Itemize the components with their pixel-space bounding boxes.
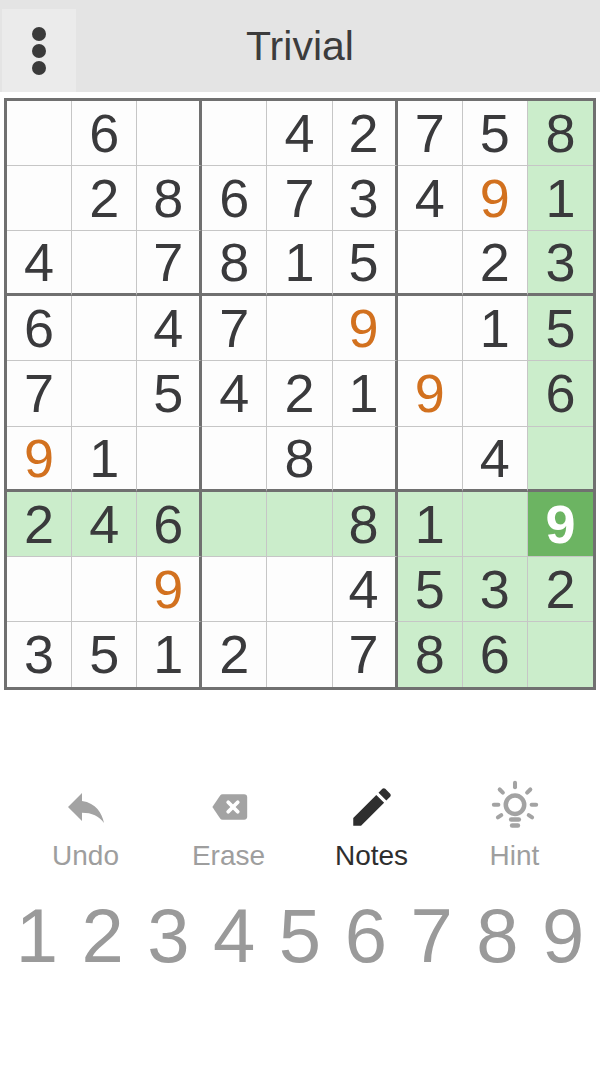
cell-r5c7[interactable]: 9 bbox=[398, 361, 463, 426]
cell-r7c1[interactable]: 2 bbox=[7, 492, 72, 557]
cell-r9c7[interactable]: 8 bbox=[398, 622, 463, 687]
numpad-key-3[interactable]: 3 bbox=[136, 898, 202, 974]
undo-arrow-icon bbox=[58, 778, 114, 836]
pencil-icon bbox=[347, 778, 397, 836]
cell-r8c2[interactable] bbox=[72, 557, 137, 622]
numpad-key-4[interactable]: 4 bbox=[201, 898, 267, 974]
cell-r7c3[interactable]: 6 bbox=[137, 492, 202, 557]
cell-r4c4[interactable]: 7 bbox=[202, 296, 267, 361]
cell-r1c2[interactable]: 6 bbox=[72, 101, 137, 166]
cell-r9c3[interactable]: 1 bbox=[137, 622, 202, 687]
cell-r3c7[interactable] bbox=[398, 231, 463, 296]
numpad-key-8[interactable]: 8 bbox=[464, 898, 530, 974]
backspace-icon bbox=[206, 778, 252, 836]
cell-r4c1[interactable]: 6 bbox=[7, 296, 72, 361]
cell-r8c7[interactable]: 5 bbox=[398, 557, 463, 622]
sudoku-board: 6427582867349147815236479157542196918424… bbox=[4, 98, 596, 690]
cell-r2c6[interactable]: 3 bbox=[333, 166, 398, 231]
cell-r9c1[interactable]: 3 bbox=[7, 622, 72, 687]
cell-r3c8[interactable]: 2 bbox=[463, 231, 528, 296]
numpad-key-7[interactable]: 7 bbox=[399, 898, 465, 974]
cell-r2c7[interactable]: 4 bbox=[398, 166, 463, 231]
numpad-key-1[interactable]: 1 bbox=[4, 898, 70, 974]
notes-button[interactable]: Notes bbox=[300, 778, 443, 872]
cell-r8c8[interactable]: 3 bbox=[463, 557, 528, 622]
cell-r8c5[interactable] bbox=[267, 557, 332, 622]
undo-button[interactable]: Undo bbox=[14, 778, 157, 872]
cell-r7c2[interactable]: 4 bbox=[72, 492, 137, 557]
cell-r1c5[interactable]: 4 bbox=[267, 101, 332, 166]
cell-r1c8[interactable]: 5 bbox=[463, 101, 528, 166]
cell-r9c4[interactable]: 2 bbox=[202, 622, 267, 687]
cell-r1c7[interactable]: 7 bbox=[398, 101, 463, 166]
cell-r1c4[interactable] bbox=[202, 101, 267, 166]
lightbulb-icon bbox=[488, 778, 542, 836]
cell-r3c1[interactable]: 4 bbox=[7, 231, 72, 296]
erase-button[interactable]: Erase bbox=[157, 778, 300, 872]
cell-r1c6[interactable]: 2 bbox=[333, 101, 398, 166]
cell-r8c9[interactable]: 2 bbox=[528, 557, 593, 622]
cell-r6c5[interactable]: 8 bbox=[267, 427, 332, 492]
cell-r2c5[interactable]: 7 bbox=[267, 166, 332, 231]
cell-r2c3[interactable]: 8 bbox=[137, 166, 202, 231]
cell-r5c8[interactable] bbox=[463, 361, 528, 426]
cell-r2c1[interactable] bbox=[7, 166, 72, 231]
number-pad: 123456789 bbox=[4, 898, 596, 974]
cell-r7c5[interactable] bbox=[267, 492, 332, 557]
cell-r6c9[interactable] bbox=[528, 427, 593, 492]
cell-r3c3[interactable]: 7 bbox=[137, 231, 202, 296]
cell-r5c9[interactable]: 6 bbox=[528, 361, 593, 426]
cell-r2c9[interactable]: 1 bbox=[528, 166, 593, 231]
kebab-menu-icon bbox=[32, 24, 46, 78]
numpad-key-9[interactable]: 9 bbox=[530, 898, 596, 974]
cell-r5c6[interactable]: 1 bbox=[333, 361, 398, 426]
cell-r7c8[interactable] bbox=[463, 492, 528, 557]
cell-r7c7[interactable]: 1 bbox=[398, 492, 463, 557]
cell-r5c4[interactable]: 4 bbox=[202, 361, 267, 426]
cell-r4c2[interactable] bbox=[72, 296, 137, 361]
toolbar: Undo Erase Notes bbox=[0, 778, 600, 872]
cell-r1c1[interactable] bbox=[7, 101, 72, 166]
cell-r4c8[interactable]: 1 bbox=[463, 296, 528, 361]
header: Trivial bbox=[0, 0, 600, 92]
cell-r5c1[interactable]: 7 bbox=[7, 361, 72, 426]
numpad-key-2[interactable]: 2 bbox=[70, 898, 136, 974]
cell-r5c5[interactable]: 2 bbox=[267, 361, 332, 426]
cell-r8c4[interactable] bbox=[202, 557, 267, 622]
cell-r6c4[interactable] bbox=[202, 427, 267, 492]
cell-r9c8[interactable]: 6 bbox=[463, 622, 528, 687]
cell-r9c5[interactable] bbox=[267, 622, 332, 687]
cell-r1c9[interactable]: 8 bbox=[528, 101, 593, 166]
numpad-key-6[interactable]: 6 bbox=[333, 898, 399, 974]
hint-label: Hint bbox=[490, 840, 540, 872]
cell-r6c1[interactable]: 9 bbox=[7, 427, 72, 492]
menu-button[interactable] bbox=[2, 9, 76, 92]
cell-r6c6[interactable] bbox=[333, 427, 398, 492]
cell-r2c8[interactable]: 9 bbox=[463, 166, 528, 231]
cell-r5c3[interactable]: 5 bbox=[137, 361, 202, 426]
undo-label: Undo bbox=[52, 840, 119, 872]
cell-r4c7[interactable] bbox=[398, 296, 463, 361]
cell-r2c2[interactable]: 2 bbox=[72, 166, 137, 231]
cell-r3c6[interactable]: 5 bbox=[333, 231, 398, 296]
cell-r1c3[interactable] bbox=[137, 101, 202, 166]
cell-r4c6[interactable]: 9 bbox=[333, 296, 398, 361]
cell-r9c9[interactable] bbox=[528, 622, 593, 687]
cell-r8c3[interactable]: 9 bbox=[137, 557, 202, 622]
cell-r8c6[interactable]: 4 bbox=[333, 557, 398, 622]
cell-r8c1[interactable] bbox=[7, 557, 72, 622]
cell-r4c5[interactable] bbox=[267, 296, 332, 361]
hint-button[interactable]: Hint bbox=[443, 778, 586, 872]
cell-r6c7[interactable] bbox=[398, 427, 463, 492]
page-title: Trivial bbox=[246, 23, 354, 70]
cell-r9c2[interactable]: 5 bbox=[72, 622, 137, 687]
cell-r2c4[interactable]: 6 bbox=[202, 166, 267, 231]
cell-r4c9[interactable]: 5 bbox=[528, 296, 593, 361]
cell-r4c3[interactable]: 4 bbox=[137, 296, 202, 361]
cell-r3c4[interactable]: 8 bbox=[202, 231, 267, 296]
cell-r3c5[interactable]: 1 bbox=[267, 231, 332, 296]
numpad-key-5[interactable]: 5 bbox=[267, 898, 333, 974]
cell-r6c8[interactable]: 4 bbox=[463, 427, 528, 492]
notes-label: Notes bbox=[335, 840, 408, 872]
cell-r7c4[interactable] bbox=[202, 492, 267, 557]
cell-r3c2[interactable] bbox=[72, 231, 137, 296]
cell-r3c9[interactable]: 3 bbox=[528, 231, 593, 296]
cell-r9c6[interactable]: 7 bbox=[333, 622, 398, 687]
cell-r7c9[interactable]: 9 bbox=[528, 492, 593, 557]
cell-r6c2[interactable]: 1 bbox=[72, 427, 137, 492]
cell-r7c6[interactable]: 8 bbox=[333, 492, 398, 557]
erase-label: Erase bbox=[192, 840, 265, 872]
cell-r5c2[interactable] bbox=[72, 361, 137, 426]
cell-r6c3[interactable] bbox=[137, 427, 202, 492]
